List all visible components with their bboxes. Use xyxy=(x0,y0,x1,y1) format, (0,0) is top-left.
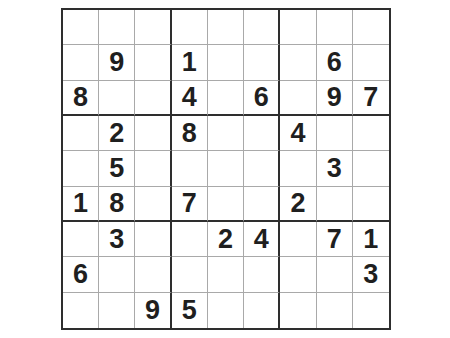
cell-r3c7[interactable] xyxy=(280,81,316,116)
cell-r6c9[interactable] xyxy=(353,187,389,222)
cell-r4c8[interactable] xyxy=(317,116,353,151)
given-digit: 5 xyxy=(109,155,124,182)
cell-r8c1[interactable]: 6 xyxy=(63,257,99,292)
cell-r2c1[interactable] xyxy=(63,45,99,80)
cell-r2c9[interactable] xyxy=(353,45,389,80)
cell-r1c9[interactable] xyxy=(353,10,389,45)
cell-r7c8[interactable]: 7 xyxy=(317,222,353,257)
given-digit: 4 xyxy=(182,84,197,111)
cell-r9c7[interactable] xyxy=(280,293,316,328)
cell-r2c6[interactable] xyxy=(244,45,280,80)
cell-r9c8[interactable] xyxy=(317,293,353,328)
cell-r1c1[interactable] xyxy=(63,10,99,45)
cell-r4c7[interactable]: 4 xyxy=(280,116,316,151)
cell-r3c6[interactable]: 6 xyxy=(244,81,280,116)
cell-r4c2[interactable]: 2 xyxy=(99,116,135,151)
given-digit: 4 xyxy=(254,226,269,253)
cell-r1c5[interactable] xyxy=(208,10,244,45)
cell-r8c8[interactable] xyxy=(317,257,353,292)
cell-r1c6[interactable] xyxy=(244,10,280,45)
cell-r8c5[interactable] xyxy=(208,257,244,292)
cell-r9c6[interactable] xyxy=(244,293,280,328)
cell-r5c2[interactable]: 5 xyxy=(99,151,135,186)
cell-r5c4[interactable] xyxy=(172,151,208,186)
cell-r7c2[interactable]: 3 xyxy=(99,222,135,257)
cell-r7c3[interactable] xyxy=(135,222,171,257)
cell-r7c7[interactable] xyxy=(280,222,316,257)
given-digit: 7 xyxy=(182,190,197,217)
cell-r9c2[interactable] xyxy=(99,293,135,328)
given-digit: 7 xyxy=(363,84,378,111)
cell-r5c8[interactable]: 3 xyxy=(317,151,353,186)
cell-r6c5[interactable] xyxy=(208,187,244,222)
given-digit: 7 xyxy=(327,226,342,253)
given-digit: 9 xyxy=(327,84,342,111)
given-digit: 6 xyxy=(254,84,269,111)
cell-r5c6[interactable] xyxy=(244,151,280,186)
cell-r7c1[interactable] xyxy=(63,222,99,257)
cell-r4c5[interactable] xyxy=(208,116,244,151)
given-digit: 1 xyxy=(182,49,197,76)
cell-r5c9[interactable] xyxy=(353,151,389,186)
cell-r8c6[interactable] xyxy=(244,257,280,292)
cell-r4c6[interactable] xyxy=(244,116,280,151)
cell-r7c9[interactable]: 1 xyxy=(353,222,389,257)
given-digit: 8 xyxy=(109,190,124,217)
given-digit: 2 xyxy=(218,226,233,253)
given-digit: 6 xyxy=(327,49,342,76)
cell-r6c1[interactable]: 1 xyxy=(63,187,99,222)
cell-r2c8[interactable]: 6 xyxy=(317,45,353,80)
cell-r5c3[interactable] xyxy=(135,151,171,186)
cell-r2c2[interactable]: 9 xyxy=(99,45,135,80)
page: 91684697284531872324716395 xyxy=(0,0,450,338)
given-digit: 2 xyxy=(290,190,305,217)
cell-r8c9[interactable]: 3 xyxy=(353,257,389,292)
sudoku-board: 91684697284531872324716395 xyxy=(61,8,391,330)
cell-r7c6[interactable]: 4 xyxy=(244,222,280,257)
cell-r9c1[interactable] xyxy=(63,293,99,328)
cell-r4c9[interactable] xyxy=(353,116,389,151)
given-digit: 3 xyxy=(109,226,124,253)
cell-r3c1[interactable]: 8 xyxy=(63,81,99,116)
cell-r7c4[interactable] xyxy=(172,222,208,257)
cell-r3c5[interactable] xyxy=(208,81,244,116)
cell-r3c2[interactable] xyxy=(99,81,135,116)
cell-r9c5[interactable] xyxy=(208,293,244,328)
cell-r9c4[interactable]: 5 xyxy=(172,293,208,328)
given-digit: 8 xyxy=(182,120,197,147)
cell-r4c4[interactable]: 8 xyxy=(172,116,208,151)
given-digit: 9 xyxy=(145,297,160,324)
cell-r5c1[interactable] xyxy=(63,151,99,186)
given-digit: 2 xyxy=(109,120,124,147)
cell-r2c3[interactable] xyxy=(135,45,171,80)
cell-r2c5[interactable] xyxy=(208,45,244,80)
cell-r5c5[interactable] xyxy=(208,151,244,186)
given-digit: 3 xyxy=(327,155,342,182)
given-digit: 8 xyxy=(73,84,88,111)
cell-r5c7[interactable] xyxy=(280,151,316,186)
cell-r7c5[interactable]: 2 xyxy=(208,222,244,257)
given-digit: 5 xyxy=(182,297,197,324)
given-digit: 1 xyxy=(73,190,88,217)
cell-r9c9[interactable] xyxy=(353,293,389,328)
given-digit: 3 xyxy=(363,261,378,288)
cell-r1c7[interactable] xyxy=(280,10,316,45)
cell-r8c2[interactable] xyxy=(99,257,135,292)
cell-r2c7[interactable] xyxy=(280,45,316,80)
cell-r1c3[interactable] xyxy=(135,10,171,45)
cell-r6c7[interactable]: 2 xyxy=(280,187,316,222)
cell-r4c3[interactable] xyxy=(135,116,171,151)
cell-r6c2[interactable]: 8 xyxy=(99,187,135,222)
cell-r6c3[interactable] xyxy=(135,187,171,222)
cell-r8c7[interactable] xyxy=(280,257,316,292)
given-digit: 6 xyxy=(73,261,88,288)
cell-r6c6[interactable] xyxy=(244,187,280,222)
cell-r2c4[interactable]: 1 xyxy=(172,45,208,80)
cell-r3c3[interactable] xyxy=(135,81,171,116)
cell-r1c8[interactable] xyxy=(317,10,353,45)
given-digit: 4 xyxy=(290,120,305,147)
cell-r8c4[interactable] xyxy=(172,257,208,292)
cell-r3c4[interactable]: 4 xyxy=(172,81,208,116)
cell-r3c9[interactable]: 7 xyxy=(353,81,389,116)
cell-r1c4[interactable] xyxy=(172,10,208,45)
cell-r8c3[interactable] xyxy=(135,257,171,292)
cell-r9c3[interactable]: 9 xyxy=(135,293,171,328)
cell-r6c8[interactable] xyxy=(317,187,353,222)
given-digit: 1 xyxy=(363,226,378,253)
given-digit: 9 xyxy=(109,49,124,76)
cell-r6c4[interactable]: 7 xyxy=(172,187,208,222)
cell-r1c2[interactable] xyxy=(99,10,135,45)
cell-r4c1[interactable] xyxy=(63,116,99,151)
cell-r3c8[interactable]: 9 xyxy=(317,81,353,116)
